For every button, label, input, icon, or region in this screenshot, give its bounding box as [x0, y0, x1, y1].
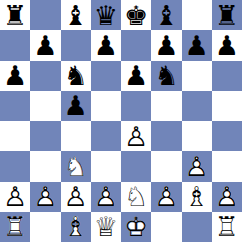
square-e4[interactable]: ♟♙ [121, 121, 151, 151]
square-g8[interactable] [182, 0, 212, 30]
piece-black-bishop[interactable]: ♝ [151, 0, 181, 30]
white-pawn-icon: ♙ [30, 182, 60, 212]
piece-black-bishop[interactable]: ♝ [61, 0, 91, 30]
square-d5[interactable] [91, 91, 121, 121]
square-a5[interactable] [0, 91, 30, 121]
square-c2[interactable]: ♟♙ [61, 182, 91, 212]
piece-white-pawn[interactable]: ♟♙ [121, 121, 151, 151]
square-c4[interactable] [61, 121, 91, 151]
white-pawn-icon: ♙ [212, 182, 242, 212]
square-h3[interactable] [212, 151, 242, 181]
piece-white-knight[interactable]: ♞♘ [121, 182, 151, 212]
piece-white-pawn[interactable]: ♟♙ [91, 182, 121, 212]
square-f5[interactable] [151, 91, 181, 121]
square-g5[interactable] [182, 91, 212, 121]
square-d1[interactable]: ♛♕ [91, 212, 121, 242]
square-g1[interactable] [182, 212, 212, 242]
square-b4[interactable] [30, 121, 60, 151]
white-pawn-icon: ♙ [121, 121, 151, 151]
square-g4[interactable] [182, 121, 212, 151]
piece-white-pawn[interactable]: ♟♙ [0, 182, 30, 212]
black-rook-icon: ♜ [0, 0, 30, 30]
piece-black-pawn[interactable]: ♟ [61, 91, 91, 121]
square-e7[interactable] [121, 30, 151, 60]
white-pawn-icon: ♙ [91, 182, 121, 212]
white-pawn-icon: ♙ [182, 151, 212, 181]
black-pawn-icon: ♟ [0, 61, 30, 91]
square-d2[interactable]: ♟♙ [91, 182, 121, 212]
piece-black-knight[interactable]: ♞ [61, 61, 91, 91]
white-pawn-icon: ♙ [0, 182, 30, 212]
square-a4[interactable] [0, 121, 30, 151]
square-f7[interactable]: ♟ [151, 30, 181, 60]
piece-white-pawn[interactable]: ♟♙ [61, 182, 91, 212]
square-f3[interactable] [151, 151, 181, 181]
square-a3[interactable] [0, 151, 30, 181]
white-rook-icon: ♖ [212, 212, 242, 242]
square-h5[interactable] [212, 91, 242, 121]
square-c7[interactable] [61, 30, 91, 60]
piece-black-pawn[interactable]: ♟ [151, 30, 181, 60]
piece-black-pawn[interactable]: ♟ [121, 61, 151, 91]
square-a7[interactable] [0, 30, 30, 60]
piece-black-pawn[interactable]: ♟ [0, 61, 30, 91]
black-pawn-icon: ♟ [61, 91, 91, 121]
square-h8[interactable]: ♜ [212, 0, 242, 30]
piece-black-pawn[interactable]: ♟ [91, 30, 121, 60]
square-a6[interactable]: ♟ [0, 61, 30, 91]
square-a1[interactable]: ♜♖ [0, 212, 30, 242]
black-pawn-icon: ♟ [30, 30, 60, 60]
white-pawn-icon: ♙ [61, 182, 91, 212]
piece-black-pawn[interactable]: ♟ [212, 30, 242, 60]
piece-black-pawn[interactable]: ♟ [30, 30, 60, 60]
piece-black-knight[interactable]: ♞ [151, 61, 181, 91]
piece-white-rook[interactable]: ♜♖ [212, 212, 242, 242]
black-pawn-icon: ♟ [182, 30, 212, 60]
square-b6[interactable] [30, 61, 60, 91]
black-queen-icon: ♛ [91, 0, 121, 30]
piece-white-king[interactable]: ♚♔ [121, 212, 151, 242]
piece-white-knight[interactable]: ♞♘ [61, 151, 91, 181]
square-e8[interactable]: ♚ [121, 0, 151, 30]
square-a2[interactable]: ♟♙ [0, 182, 30, 212]
piece-white-pawn[interactable]: ♟♙ [212, 182, 242, 212]
square-f4[interactable] [151, 121, 181, 151]
square-h1[interactable]: ♜♖ [212, 212, 242, 242]
piece-white-bishop[interactable]: ♝♗ [61, 212, 91, 242]
square-e6[interactable]: ♟ [121, 61, 151, 91]
square-h2[interactable]: ♟♙ [212, 182, 242, 212]
square-g7[interactable]: ♟ [182, 30, 212, 60]
square-e1[interactable]: ♚♔ [121, 212, 151, 242]
square-d4[interactable] [91, 121, 121, 151]
piece-white-pawn[interactable]: ♟♙ [182, 151, 212, 181]
square-f8[interactable]: ♝ [151, 0, 181, 30]
square-c8[interactable]: ♝ [61, 0, 91, 30]
black-bishop-icon: ♝ [151, 0, 181, 30]
black-pawn-icon: ♟ [121, 61, 151, 91]
white-king-icon: ♔ [121, 212, 151, 242]
square-d8[interactable]: ♛ [91, 0, 121, 30]
piece-white-bishop[interactable]: ♝♗ [182, 182, 212, 212]
black-pawn-icon: ♟ [212, 30, 242, 60]
white-bishop-icon: ♗ [182, 182, 212, 212]
black-knight-icon: ♞ [61, 61, 91, 91]
square-b8[interactable] [30, 0, 60, 30]
piece-black-pawn[interactable]: ♟ [182, 30, 212, 60]
square-g2[interactable]: ♝♗ [182, 182, 212, 212]
white-queen-icon: ♕ [91, 212, 121, 242]
black-pawn-icon: ♟ [91, 30, 121, 60]
piece-white-pawn[interactable]: ♟♙ [151, 182, 181, 212]
piece-white-pawn[interactable]: ♟♙ [30, 182, 60, 212]
square-c6[interactable]: ♞ [61, 61, 91, 91]
chess-board: ♜♝♛♚♝♜♟♟♟♟♟♟♞♟♞♟♟♙♞♘♟♙♟♙♟♙♟♙♟♙♞♘♟♙♝♗♟♙♜♖… [0, 0, 242, 242]
square-h7[interactable]: ♟ [212, 30, 242, 60]
black-bishop-icon: ♝ [61, 0, 91, 30]
square-f6[interactable]: ♞ [151, 61, 181, 91]
square-d6[interactable] [91, 61, 121, 91]
square-c5[interactable]: ♟ [61, 91, 91, 121]
piece-white-queen[interactable]: ♛♕ [91, 212, 121, 242]
black-king-icon: ♚ [121, 0, 151, 30]
white-knight-icon: ♘ [121, 182, 151, 212]
square-c3[interactable]: ♞♘ [61, 151, 91, 181]
piece-white-rook[interactable]: ♜♖ [0, 212, 30, 242]
square-h6[interactable] [212, 61, 242, 91]
square-e2[interactable]: ♞♘ [121, 182, 151, 212]
square-d3[interactable] [91, 151, 121, 181]
square-c1[interactable]: ♝♗ [61, 212, 91, 242]
square-e3[interactable] [121, 151, 151, 181]
square-f2[interactable]: ♟♙ [151, 182, 181, 212]
square-b5[interactable] [30, 91, 60, 121]
piece-black-queen[interactable]: ♛ [91, 0, 121, 30]
white-rook-icon: ♖ [0, 212, 30, 242]
black-knight-icon: ♞ [151, 61, 181, 91]
square-d7[interactable]: ♟ [91, 30, 121, 60]
square-a8[interactable]: ♜ [0, 0, 30, 30]
piece-black-rook[interactable]: ♜ [212, 0, 242, 30]
square-h4[interactable] [212, 121, 242, 151]
square-f1[interactable] [151, 212, 181, 242]
white-pawn-icon: ♙ [151, 182, 181, 212]
square-b3[interactable] [30, 151, 60, 181]
square-g6[interactable] [182, 61, 212, 91]
square-b1[interactable] [30, 212, 60, 242]
square-e5[interactable] [121, 91, 151, 121]
black-rook-icon: ♜ [212, 0, 242, 30]
piece-black-king[interactable]: ♚ [121, 0, 151, 30]
white-bishop-icon: ♗ [61, 212, 91, 242]
square-b7[interactable]: ♟ [30, 30, 60, 60]
white-knight-icon: ♘ [61, 151, 91, 181]
black-pawn-icon: ♟ [151, 30, 181, 60]
piece-black-rook[interactable]: ♜ [0, 0, 30, 30]
square-g3[interactable]: ♟♙ [182, 151, 212, 181]
square-b2[interactable]: ♟♙ [30, 182, 60, 212]
